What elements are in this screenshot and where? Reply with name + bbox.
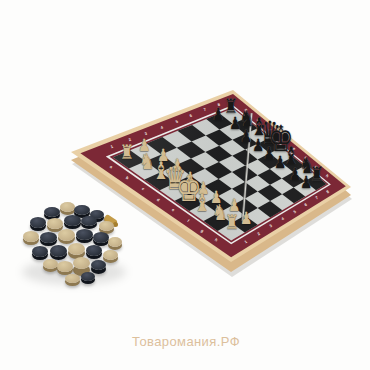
checkers-disc-light [57, 261, 73, 272]
watermark-text: Товаромания.РФ [132, 334, 240, 349]
checkers-disc-light [99, 221, 114, 231]
checkers-disc-dark [30, 217, 46, 228]
chess-piece-black-p: ♟ [211, 106, 223, 123]
checkers-disc-dark [81, 272, 95, 281]
checkers-disc-light [73, 257, 90, 269]
checkers-disc-dark [32, 246, 48, 257]
chess-piece-black-p: ♟ [274, 154, 286, 171]
checkers-disc-light [60, 202, 75, 212]
checkers-disc-dark [93, 232, 109, 243]
checkers-disc-dark [91, 260, 106, 270]
chess-piece-white-p: ♟ [240, 210, 252, 227]
checkers-disc-dark [81, 216, 97, 226]
checkers-disc-dark [50, 245, 67, 257]
chess-piece-black-p: ♟ [228, 115, 240, 132]
chess-piece-white-b: ♝ [193, 191, 210, 215]
product-photo: 11aa22bb33cc44dd55ee66ff77gg88hh♜♟♞♟♝♟♛♟… [0, 0, 370, 370]
checkers-disc-light [43, 259, 58, 269]
checkers-disc-light [103, 250, 118, 260]
checkers-disc-dark [86, 245, 102, 256]
checkers-disc-light [65, 274, 80, 283]
checkers-disc-light [58, 229, 75, 241]
chess-piece-white-r: ♜ [120, 143, 134, 163]
chess-piece-white-r: ♜ [225, 212, 239, 232]
checkers-disc-dark [74, 205, 90, 215]
chess-piece-black-p: ♟ [240, 128, 252, 145]
checkers-disc-dark [76, 229, 93, 240]
checkers-disc-light [68, 243, 85, 255]
chess-piece-black-p: ♟ [251, 137, 263, 154]
checkers-disc-dark [44, 207, 60, 217]
checkers-disc-dark [64, 215, 81, 226]
checkers-disc-light [108, 237, 122, 247]
chess-piece-black-p: ♟ [300, 174, 312, 191]
checkers-disc-light [23, 231, 39, 242]
checkers-disc-light [47, 218, 63, 229]
checkers-disc-dark [40, 232, 57, 243]
